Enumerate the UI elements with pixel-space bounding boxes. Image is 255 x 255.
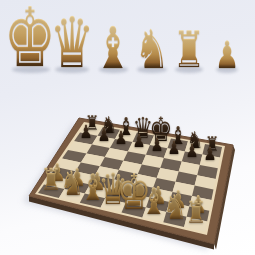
- chess-set-product-photo: ♚ ♛ ♝ ♞ ♜ ♟ ♜♞♝♛♚♝♞♜♟♟♟♟♟♟♟♟♟♟♟♟♟♟♟♟♜♞♝♛…: [0, 0, 255, 255]
- chess-board: [0, 0, 255, 255]
